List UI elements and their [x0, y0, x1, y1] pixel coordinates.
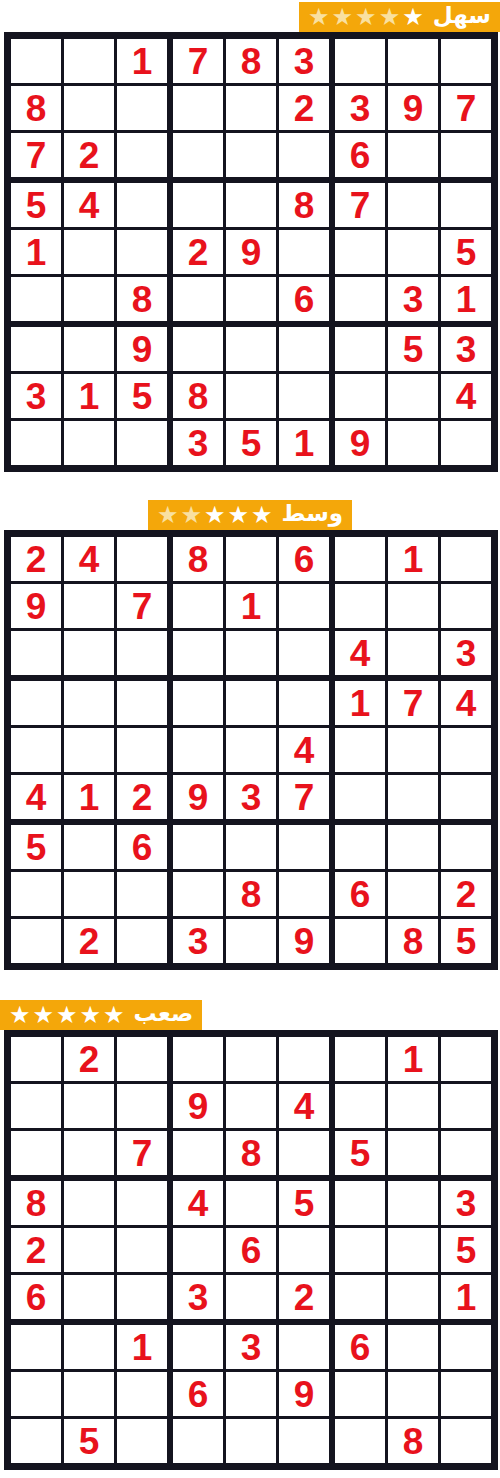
- star-icon: ★: [103, 1003, 125, 1027]
- star-icon: ★: [308, 5, 330, 29]
- cell-r1c6: 6: [276, 537, 329, 581]
- cell-r2c4: 9: [167, 1081, 223, 1128]
- banner-row-hard: ★★★★★ صعب: [0, 1000, 500, 1030]
- cell-r6c8: 3: [385, 274, 438, 321]
- cell-r2c6: 2: [276, 83, 329, 130]
- cell-r9c7[interactable]: [329, 1416, 385, 1463]
- cell-r8c1[interactable]: [11, 869, 61, 916]
- cell-r5c8[interactable]: [385, 725, 438, 772]
- cell-r6c4: 3: [167, 1272, 223, 1319]
- cell-r8c7[interactable]: [329, 1369, 385, 1416]
- cell-r5c4[interactable]: [167, 1225, 223, 1272]
- cell-r3c2: 2: [61, 130, 114, 177]
- cell-r3c2[interactable]: [61, 628, 114, 675]
- cell-r2c8: 9: [385, 83, 438, 130]
- cell-r4c6[interactable]: [276, 675, 329, 725]
- cell-r3c6[interactable]: [276, 628, 329, 675]
- cell-r8c8[interactable]: [385, 371, 438, 418]
- star-icon: ★: [33, 1003, 55, 1027]
- puzzle-section-medium: ★★★★★ وسط 248619714317444129375686223985: [0, 500, 500, 970]
- cell-r1c7[interactable]: [329, 537, 385, 581]
- cell-r6c1: 4: [11, 772, 61, 819]
- cell-r7c2[interactable]: [61, 819, 114, 869]
- cell-r9c9: 5: [438, 916, 491, 963]
- cell-r1c7[interactable]: [329, 39, 385, 83]
- cell-r8c1: 3: [11, 371, 61, 418]
- cell-r8c6[interactable]: [276, 869, 329, 916]
- cell-r9c8[interactable]: [385, 418, 438, 465]
- cell-r5c1[interactable]: [11, 725, 61, 772]
- cell-r3c7: 5: [329, 1128, 385, 1175]
- cell-r1c4: 8: [167, 537, 223, 581]
- cell-r2c8[interactable]: [385, 1081, 438, 1128]
- difficulty-label-easy: سهل: [433, 4, 491, 30]
- cell-r5c6[interactable]: [276, 227, 329, 274]
- cell-r8c2[interactable]: [61, 1369, 114, 1416]
- cell-r6c8[interactable]: [385, 772, 438, 819]
- star-icon: ★: [332, 5, 354, 29]
- cell-r7c9[interactable]: [438, 1319, 491, 1369]
- sudoku-sheet: ★★★★★ سهل 178382397726548712958631953315…: [0, 2, 500, 1470]
- cell-r4c7[interactable]: [329, 1175, 385, 1225]
- cell-r1c3: 1: [114, 39, 167, 83]
- cell-r9c4: 3: [167, 916, 223, 963]
- cell-r3c1: 7: [11, 130, 61, 177]
- star-rating-easy: ★★★★★: [308, 5, 424, 29]
- cell-r8c4[interactable]: [167, 869, 223, 916]
- puzzle-section-easy: ★★★★★ سهل 178382397726548712958631953315…: [0, 2, 500, 472]
- cell-r2c1[interactable]: [11, 1081, 61, 1128]
- cell-r6c2[interactable]: [61, 274, 114, 321]
- cell-r8c9: 2: [438, 869, 491, 916]
- cell-r3c3[interactable]: [114, 130, 167, 177]
- cell-r7c8[interactable]: [385, 1319, 438, 1369]
- cell-r8c9[interactable]: [438, 1369, 491, 1416]
- puzzle-section-hard: ★★★★★ صعب 2194785845326563211366958: [0, 1000, 500, 1470]
- cell-r1c5[interactable]: [223, 537, 276, 581]
- cell-r7c3: 6: [114, 819, 167, 869]
- cell-r6c4[interactable]: [167, 274, 223, 321]
- cell-r8c4: 6: [167, 1369, 223, 1416]
- cell-r2c5[interactable]: [223, 83, 276, 130]
- cell-r2c7[interactable]: [329, 581, 385, 628]
- cell-r2c7: 3: [329, 83, 385, 130]
- cell-r6c5[interactable]: [223, 1272, 276, 1319]
- cell-r4c9: 4: [438, 675, 491, 725]
- cell-r9c4: 3: [167, 418, 223, 465]
- cell-r4c5[interactable]: [223, 177, 276, 227]
- star-icon: ★: [251, 503, 273, 527]
- cell-r6c9[interactable]: [438, 772, 491, 819]
- difficulty-label-medium: وسط: [282, 502, 344, 528]
- cell-r4c8[interactable]: [385, 1175, 438, 1225]
- cell-r4c4: 4: [167, 1175, 223, 1225]
- cell-r1c6: 3: [276, 39, 329, 83]
- cell-r5c8[interactable]: [385, 1225, 438, 1272]
- cell-r1c1: 2: [11, 537, 61, 581]
- cell-r6c9: 1: [438, 1272, 491, 1319]
- cell-r7c2[interactable]: [61, 1319, 114, 1369]
- cell-r4c8[interactable]: [385, 177, 438, 227]
- cell-r1c8: 1: [385, 1037, 438, 1081]
- cell-r5c1: 2: [11, 1225, 61, 1272]
- cell-r7c4[interactable]: [167, 819, 223, 869]
- cell-r5c3[interactable]: [114, 725, 167, 772]
- cell-r5c1: 1: [11, 227, 61, 274]
- cell-r6c8[interactable]: [385, 1272, 438, 1319]
- cell-r9c8: 8: [385, 916, 438, 963]
- cell-r9c1[interactable]: [11, 418, 61, 465]
- cell-r8c5: 8: [223, 869, 276, 916]
- star-icon: ★: [80, 1003, 102, 1027]
- cell-r9c9[interactable]: [438, 1416, 491, 1463]
- cell-r6c6: 2: [276, 1272, 329, 1319]
- cell-r3c3[interactable]: [114, 628, 167, 675]
- cell-r2c4[interactable]: [167, 83, 223, 130]
- cell-r7c2[interactable]: [61, 321, 114, 371]
- cell-r6c6: 6: [276, 274, 329, 321]
- cell-r8c4: 8: [167, 371, 223, 418]
- cell-r9c8: 8: [385, 1416, 438, 1463]
- cell-r9c1[interactable]: [11, 1416, 61, 1463]
- cell-r2c2[interactable]: [61, 1081, 114, 1128]
- cell-r6c9: 1: [438, 274, 491, 321]
- cell-r7c9: 3: [438, 321, 491, 371]
- cell-r9c3[interactable]: [114, 1416, 167, 1463]
- cell-r2c3: 7: [114, 581, 167, 628]
- cell-r3c8[interactable]: [385, 628, 438, 675]
- cell-r4c7: 1: [329, 675, 385, 725]
- cell-r3c7: 4: [329, 628, 385, 675]
- cell-r6c5: 3: [223, 772, 276, 819]
- cell-r4c7: 7: [329, 177, 385, 227]
- cell-r5c9: 5: [438, 1225, 491, 1272]
- cell-r4c6: 5: [276, 1175, 329, 1225]
- cell-r4c3[interactable]: [114, 675, 167, 725]
- star-icon: ★: [379, 5, 401, 29]
- cell-r7c3: 1: [114, 1319, 167, 1369]
- cell-r9c5[interactable]: [223, 916, 276, 963]
- cell-r1c6[interactable]: [276, 1037, 329, 1081]
- cell-r6c7[interactable]: [329, 1272, 385, 1319]
- cell-r5c2[interactable]: [61, 725, 114, 772]
- cell-r2c8[interactable]: [385, 581, 438, 628]
- cell-r3c6[interactable]: [276, 130, 329, 177]
- star-icon: ★: [56, 1003, 78, 1027]
- cell-r4c5[interactable]: [223, 675, 276, 725]
- star-icon: ★: [157, 503, 179, 527]
- cell-r2c1: 9: [11, 581, 61, 628]
- sudoku-board-hard: 2194785845326563211366958: [4, 1030, 498, 1470]
- cell-r8c3: 5: [114, 371, 167, 418]
- cell-r1c9[interactable]: [438, 537, 491, 581]
- cell-r1c2[interactable]: [61, 39, 114, 83]
- cell-r4c4[interactable]: [167, 177, 223, 227]
- cell-r7c6[interactable]: [276, 819, 329, 869]
- cell-r5c7[interactable]: [329, 227, 385, 274]
- cell-r4c3[interactable]: [114, 1175, 167, 1225]
- cell-r3c8[interactable]: [385, 130, 438, 177]
- cell-r8c7: 6: [329, 869, 385, 916]
- cell-r4c2: 4: [61, 177, 114, 227]
- cell-r7c7[interactable]: [329, 321, 385, 371]
- cell-r7c5[interactable]: [223, 819, 276, 869]
- cell-r4c8: 7: [385, 675, 438, 725]
- star-icon: ★: [402, 5, 424, 29]
- cell-r7c5: 3: [223, 1319, 276, 1369]
- cell-r5c2[interactable]: [61, 227, 114, 274]
- cell-r6c4: 9: [167, 772, 223, 819]
- cell-r9c6: 1: [276, 418, 329, 465]
- star-icon: ★: [180, 503, 202, 527]
- cell-r1c3[interactable]: [114, 1037, 167, 1081]
- cell-r1c4[interactable]: [167, 1037, 223, 1081]
- star-rating-medium: ★★★★★: [157, 503, 273, 527]
- cell-r9c9[interactable]: [438, 418, 491, 465]
- sudoku-board-easy: 178382397726548712958631953315843519: [4, 32, 498, 472]
- cell-r4c4[interactable]: [167, 675, 223, 725]
- cell-r4c9[interactable]: [438, 177, 491, 227]
- cell-r2c2[interactable]: [61, 83, 114, 130]
- cell-r6c3: 8: [114, 274, 167, 321]
- cell-r8c3[interactable]: [114, 869, 167, 916]
- cell-r1c2: 2: [61, 1037, 114, 1081]
- cell-r8c6[interactable]: [276, 371, 329, 418]
- cell-r6c5[interactable]: [223, 274, 276, 321]
- cell-r5c5: 9: [223, 227, 276, 274]
- cell-r4c3[interactable]: [114, 177, 167, 227]
- cell-r7c4[interactable]: [167, 321, 223, 371]
- cell-r6c3[interactable]: [114, 1272, 167, 1319]
- cell-r5c6: 4: [276, 725, 329, 772]
- difficulty-banner-medium: ★★★★★ وسط: [148, 500, 352, 530]
- difficulty-banner-hard: ★★★★★ صعب: [0, 1000, 202, 1030]
- cell-r7c8: 5: [385, 321, 438, 371]
- cell-r2c7[interactable]: [329, 1081, 385, 1128]
- cell-r7c3: 9: [114, 321, 167, 371]
- cell-r2c9: 7: [438, 83, 491, 130]
- cell-r1c1[interactable]: [11, 1037, 61, 1081]
- cell-r3c5: 8: [223, 1128, 276, 1175]
- cell-r8c3[interactable]: [114, 1369, 167, 1416]
- cell-r1c2: 4: [61, 537, 114, 581]
- cell-r3c1[interactable]: [11, 1128, 61, 1175]
- cell-r6c1: 6: [11, 1272, 61, 1319]
- cell-r7c1[interactable]: [11, 321, 61, 371]
- cell-r3c4[interactable]: [167, 130, 223, 177]
- cell-r8c8[interactable]: [385, 1369, 438, 1416]
- star-rating-hard: ★★★★★: [9, 1003, 125, 1027]
- cell-r9c7[interactable]: [329, 916, 385, 963]
- cell-r5c9: 5: [438, 227, 491, 274]
- cell-r4c1: 8: [11, 1175, 61, 1225]
- cell-r2c9[interactable]: [438, 1081, 491, 1128]
- cell-r7c5[interactable]: [223, 321, 276, 371]
- cell-r5c5[interactable]: [223, 725, 276, 772]
- cell-r3c9[interactable]: [438, 130, 491, 177]
- cell-r2c5[interactable]: [223, 1081, 276, 1128]
- cell-r7c6[interactable]: [276, 1319, 329, 1369]
- cell-r8c9: 4: [438, 371, 491, 418]
- cell-r2c5: 1: [223, 581, 276, 628]
- cell-r6c2: 1: [61, 772, 114, 819]
- cell-r3c8[interactable]: [385, 1128, 438, 1175]
- cell-r7c1: 5: [11, 819, 61, 869]
- cell-r7c6[interactable]: [276, 321, 329, 371]
- cell-r3c4[interactable]: [167, 1128, 223, 1175]
- cell-r7c7: 6: [329, 1319, 385, 1369]
- cell-r5c9[interactable]: [438, 725, 491, 772]
- cell-r7c4[interactable]: [167, 1319, 223, 1369]
- cell-r7c8[interactable]: [385, 819, 438, 869]
- cell-r1c4: 7: [167, 39, 223, 83]
- cell-r4c2[interactable]: [61, 1175, 114, 1225]
- cell-r2c6: 4: [276, 1081, 329, 1128]
- cell-r4c6: 8: [276, 177, 329, 227]
- cell-r8c2: 1: [61, 371, 114, 418]
- cell-r9c3[interactable]: [114, 916, 167, 963]
- cell-r9c2[interactable]: [61, 418, 114, 465]
- cell-r9c1[interactable]: [11, 916, 61, 963]
- cell-r5c4: 2: [167, 227, 223, 274]
- cell-r6c6: 7: [276, 772, 329, 819]
- cell-r6c3: 2: [114, 772, 167, 819]
- cell-r5c5: 6: [223, 1225, 276, 1272]
- cell-r6c7[interactable]: [329, 772, 385, 819]
- cell-r2c9[interactable]: [438, 581, 491, 628]
- cell-r3c6[interactable]: [276, 1128, 329, 1175]
- cell-r9c3[interactable]: [114, 418, 167, 465]
- banner-row-easy: ★★★★★ سهل: [0, 2, 500, 32]
- star-icon: ★: [355, 5, 377, 29]
- cell-r3c9[interactable]: [438, 1128, 491, 1175]
- cell-r9c5: 5: [223, 418, 276, 465]
- cell-r1c5[interactable]: [223, 1037, 276, 1081]
- cell-r4c1: 5: [11, 177, 61, 227]
- cell-r8c2[interactable]: [61, 869, 114, 916]
- cell-r4c1[interactable]: [11, 675, 61, 725]
- cell-r7c1[interactable]: [11, 1319, 61, 1369]
- cell-r6c2[interactable]: [61, 1272, 114, 1319]
- cell-r5c7[interactable]: [329, 1225, 385, 1272]
- cell-r5c2[interactable]: [61, 1225, 114, 1272]
- cell-r1c3[interactable]: [114, 537, 167, 581]
- cell-r3c4[interactable]: [167, 628, 223, 675]
- cell-r1c9[interactable]: [438, 1037, 491, 1081]
- cell-r2c3[interactable]: [114, 1081, 167, 1128]
- cell-r3c2[interactable]: [61, 1128, 114, 1175]
- cell-r2c2[interactable]: [61, 581, 114, 628]
- cell-r6c7[interactable]: [329, 274, 385, 321]
- cell-r8c1[interactable]: [11, 1369, 61, 1416]
- cell-r8c6: 9: [276, 1369, 329, 1416]
- cell-r3c9: 3: [438, 628, 491, 675]
- cell-r9c2: 5: [61, 1416, 114, 1463]
- cell-r5c3[interactable]: [114, 227, 167, 274]
- cell-r8c7[interactable]: [329, 371, 385, 418]
- cell-r8c5[interactable]: [223, 371, 276, 418]
- cell-r2c6[interactable]: [276, 581, 329, 628]
- cell-r4c2[interactable]: [61, 675, 114, 725]
- banner-row-medium: ★★★★★ وسط: [0, 500, 500, 530]
- cell-r5c4[interactable]: [167, 725, 223, 772]
- cell-r1c9[interactable]: [438, 39, 491, 83]
- star-icon: ★: [9, 1003, 31, 1027]
- cell-r5c6[interactable]: [276, 1225, 329, 1272]
- cell-r2c1: 8: [11, 83, 61, 130]
- cell-r3c7: 6: [329, 130, 385, 177]
- cell-r7c7[interactable]: [329, 819, 385, 869]
- cell-r9c7: 9: [329, 418, 385, 465]
- cell-r6c1[interactable]: [11, 274, 61, 321]
- star-icon: ★: [227, 503, 249, 527]
- cell-r1c5: 8: [223, 39, 276, 83]
- cell-r3c1[interactable]: [11, 628, 61, 675]
- cell-r5c8[interactable]: [385, 227, 438, 274]
- cell-r9c5[interactable]: [223, 1416, 276, 1463]
- cell-r4c9: 3: [438, 1175, 491, 1225]
- cell-r1c8[interactable]: [385, 39, 438, 83]
- cell-r8c5[interactable]: [223, 1369, 276, 1416]
- cell-r2c3[interactable]: [114, 83, 167, 130]
- cell-r2c4[interactable]: [167, 581, 223, 628]
- cell-r4c5[interactable]: [223, 1175, 276, 1225]
- difficulty-banner-easy: ★★★★★ سهل: [299, 2, 500, 32]
- cell-r5c7[interactable]: [329, 725, 385, 772]
- cell-r9c4[interactable]: [167, 1416, 223, 1463]
- cell-r3c3: 7: [114, 1128, 167, 1175]
- cell-r5c3[interactable]: [114, 1225, 167, 1272]
- cell-r3c5[interactable]: [223, 130, 276, 177]
- cell-r9c6[interactable]: [276, 1416, 329, 1463]
- sudoku-board-medium: 248619714317444129375686223985: [4, 530, 498, 970]
- difficulty-label-hard: صعب: [134, 1002, 194, 1028]
- cell-r1c8: 1: [385, 537, 438, 581]
- cell-r9c2: 2: [61, 916, 114, 963]
- cell-r9c6: 9: [276, 916, 329, 963]
- cell-r1c1[interactable]: [11, 39, 61, 83]
- star-icon: ★: [204, 503, 226, 527]
- cell-r3c5[interactable]: [223, 628, 276, 675]
- cell-r8c8[interactable]: [385, 869, 438, 916]
- cell-r1c7[interactable]: [329, 1037, 385, 1081]
- cell-r7c9[interactable]: [438, 819, 491, 869]
